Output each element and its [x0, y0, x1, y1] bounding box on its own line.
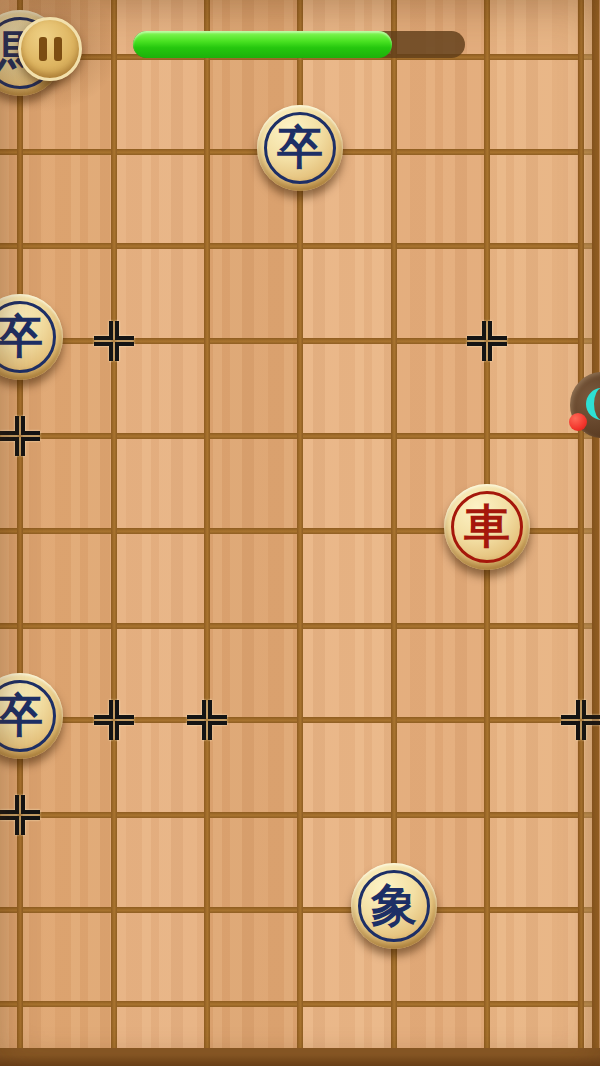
- piece-ring: 象: [358, 870, 430, 942]
- marker-bracket-tl: [94, 700, 113, 719]
- board-bottom-border: [0, 1048, 600, 1066]
- point-marker: [92, 319, 136, 363]
- marker-bracket-br: [582, 721, 600, 740]
- grid-vline-1: [111, 0, 117, 1050]
- piece-glyph: 車: [464, 503, 510, 549]
- red-chariot-piece[interactable]: 車: [444, 484, 530, 570]
- piece-glyph: 卒: [277, 124, 323, 170]
- grid-vline-2: [204, 0, 210, 1050]
- marker-bracket-bl: [94, 721, 113, 740]
- marker-bracket-tl: [561, 700, 580, 719]
- marker-bracket-tr: [21, 795, 40, 814]
- black-soldier-piece[interactable]: 卒: [0, 673, 63, 759]
- pause-icon: [39, 37, 47, 61]
- black-elephant-piece[interactable]: 象: [351, 863, 437, 949]
- marker-bracket-tl: [467, 321, 486, 340]
- marker-bracket-tl: [0, 795, 19, 814]
- marker-bracket-bl: [94, 342, 113, 361]
- marker-bracket-bl: [467, 342, 486, 361]
- piece-ring: 卒: [0, 680, 56, 752]
- marker-bracket-tr: [582, 700, 600, 719]
- marker-bracket-bl: [0, 816, 19, 835]
- point-marker: [465, 319, 509, 363]
- black-soldier-piece[interactable]: 卒: [0, 294, 63, 380]
- notification-badge: [569, 413, 587, 431]
- piece-glyph: 卒: [0, 692, 43, 738]
- point-marker: [559, 698, 600, 742]
- marker-bracket-bl: [561, 721, 580, 740]
- marker-bracket-br: [208, 721, 227, 740]
- marker-bracket-tl: [187, 700, 206, 719]
- marker-bracket-tl: [94, 321, 113, 340]
- marker-bracket-tr: [21, 416, 40, 435]
- point-marker: [0, 414, 42, 458]
- marker-bracket-br: [21, 437, 40, 456]
- pause-icon: [54, 37, 62, 61]
- marker-bracket-br: [115, 342, 134, 361]
- marker-bracket-tl: [0, 416, 19, 435]
- level-progress-track: [133, 31, 465, 58]
- board-edge-strip: [584, 0, 592, 1050]
- piece-ring: 卒: [264, 112, 336, 184]
- grid-vline-0: [17, 0, 23, 1050]
- xiangqi-board: 馬卒卒車卒象: [0, 0, 600, 1066]
- piece-glyph: 象: [371, 882, 417, 928]
- level-progress-fill: [133, 31, 392, 58]
- point-marker: [0, 793, 42, 837]
- marker-bracket-tr: [488, 321, 507, 340]
- marker-bracket-tr: [115, 700, 134, 719]
- piece-ring: 車: [451, 491, 523, 563]
- marker-bracket-br: [21, 816, 40, 835]
- marker-bracket-bl: [0, 437, 19, 456]
- crescent-icon: [586, 388, 600, 420]
- piece-ring: 卒: [0, 301, 56, 373]
- marker-bracket-tr: [208, 700, 227, 719]
- marker-bracket-tr: [115, 321, 134, 340]
- board-right-border: [592, 0, 599, 1050]
- marker-bracket-bl: [187, 721, 206, 740]
- piece-glyph: 卒: [0, 313, 43, 359]
- black-soldier-piece[interactable]: 卒: [257, 105, 343, 191]
- marker-bracket-br: [488, 342, 507, 361]
- point-marker: [185, 698, 229, 742]
- point-marker: [92, 698, 136, 742]
- marker-bracket-br: [115, 721, 134, 740]
- pause-button[interactable]: [18, 17, 82, 81]
